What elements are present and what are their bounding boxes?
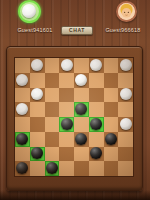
square-r7c4[interactable]	[74, 161, 89, 176]
square-r6c0[interactable]	[15, 147, 30, 162]
square-r2c0[interactable]	[15, 88, 30, 103]
square-r7c5[interactable]	[89, 161, 104, 176]
black-piece[interactable]	[46, 162, 58, 174]
square-r1c0[interactable]	[15, 73, 30, 88]
square-r5c7[interactable]	[118, 132, 133, 147]
white-piece[interactable]	[31, 59, 43, 71]
white-piece[interactable]	[75, 74, 87, 86]
black-piece[interactable]	[105, 133, 117, 145]
square-r0c3[interactable]	[59, 58, 74, 73]
square-r7c3[interactable]	[59, 161, 74, 176]
square-r5c5[interactable]	[89, 132, 104, 147]
square-r7c2[interactable]	[45, 161, 60, 176]
square-r3c1[interactable]	[30, 102, 45, 117]
square-r6c6[interactable]	[104, 147, 119, 162]
board-frame	[6, 46, 143, 191]
square-r4c1[interactable]	[30, 117, 45, 132]
square-r5c3[interactable]	[59, 132, 74, 147]
square-r5c4[interactable]	[74, 132, 89, 147]
white-piece[interactable]	[120, 118, 132, 130]
boy-face-avatar-icon	[118, 3, 135, 20]
square-r4c0[interactable]	[15, 117, 30, 132]
square-r4c5[interactable]	[89, 117, 104, 132]
black-piece[interactable]	[75, 103, 87, 115]
square-r6c5[interactable]	[89, 147, 104, 162]
square-r0c5[interactable]	[89, 58, 104, 73]
square-r4c6[interactable]	[104, 117, 119, 132]
square-r1c4[interactable]	[74, 73, 89, 88]
black-piece[interactable]	[16, 162, 28, 174]
square-r2c7[interactable]	[118, 88, 133, 103]
square-r1c1[interactable]	[30, 73, 45, 88]
square-r1c5[interactable]	[89, 73, 104, 88]
square-r0c6[interactable]	[104, 58, 119, 73]
square-r2c4[interactable]	[74, 88, 89, 103]
square-r1c2[interactable]	[45, 73, 60, 88]
square-r0c7[interactable]	[118, 58, 133, 73]
square-r7c6[interactable]	[104, 161, 119, 176]
square-r5c1[interactable]	[30, 132, 45, 147]
square-r6c2[interactable]	[45, 147, 60, 162]
square-r3c6[interactable]	[104, 102, 119, 117]
square-r6c4[interactable]	[74, 147, 89, 162]
white-piece[interactable]	[16, 103, 28, 115]
square-r1c3[interactable]	[59, 73, 74, 88]
white-piece[interactable]	[31, 88, 43, 100]
white-piece[interactable]	[61, 59, 73, 71]
square-r3c0[interactable]	[15, 102, 30, 117]
square-r4c3[interactable]	[59, 117, 74, 132]
square-r0c4[interactable]	[74, 58, 89, 73]
white-piece[interactable]	[120, 59, 132, 71]
square-r7c1[interactable]	[30, 161, 45, 176]
square-r4c2[interactable]	[45, 117, 60, 132]
square-r2c5[interactable]	[89, 88, 104, 103]
square-r0c1[interactable]	[30, 58, 45, 73]
square-r1c7[interactable]	[118, 73, 133, 88]
square-r6c7[interactable]	[118, 147, 133, 162]
black-piece[interactable]	[31, 147, 43, 159]
white-piece[interactable]	[90, 59, 102, 71]
square-r3c3[interactable]	[59, 102, 74, 117]
square-r4c4[interactable]	[74, 117, 89, 132]
player-right-avatar[interactable]	[116, 1, 137, 22]
square-r2c3[interactable]	[59, 88, 74, 103]
square-r2c1[interactable]	[30, 88, 45, 103]
square-r2c6[interactable]	[104, 88, 119, 103]
square-r3c5[interactable]	[89, 102, 104, 117]
square-r3c4[interactable]	[74, 102, 89, 117]
player-left-name: Guest941601	[5, 27, 65, 33]
square-r6c1[interactable]	[30, 147, 45, 162]
square-r5c0[interactable]	[15, 132, 30, 147]
board	[15, 58, 133, 176]
square-r2c2[interactable]	[45, 88, 60, 103]
square-r0c2[interactable]	[45, 58, 60, 73]
player-right-name: Guest966618	[96, 27, 150, 33]
square-r5c2[interactable]	[45, 132, 60, 147]
player-left-avatar[interactable]	[18, 0, 41, 23]
square-r5c6[interactable]	[104, 132, 119, 147]
square-r6c3[interactable]	[59, 147, 74, 162]
black-piece[interactable]	[75, 133, 87, 145]
game-screen: Guest941601 CHAT Guest966618	[0, 0, 150, 200]
black-piece[interactable]	[16, 133, 28, 145]
square-r1c6[interactable]	[104, 73, 119, 88]
black-piece[interactable]	[90, 147, 102, 159]
white-piece[interactable]	[16, 74, 28, 86]
white-piece[interactable]	[120, 88, 132, 100]
square-r0c0[interactable]	[15, 58, 30, 73]
white-checker-avatar-icon	[22, 4, 36, 18]
square-r3c2[interactable]	[45, 102, 60, 117]
square-r4c7[interactable]	[118, 117, 133, 132]
chat-button[interactable]: CHAT	[61, 26, 93, 35]
black-piece[interactable]	[61, 118, 73, 130]
square-r7c7[interactable]	[118, 161, 133, 176]
square-r7c0[interactable]	[15, 161, 30, 176]
black-piece[interactable]	[90, 118, 102, 130]
square-r3c7[interactable]	[118, 102, 133, 117]
